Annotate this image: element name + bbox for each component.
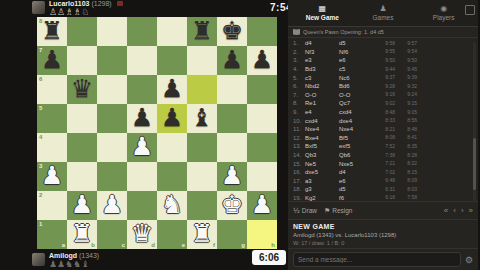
square-d5[interactable]: ♟ [127, 104, 157, 133]
square-c1[interactable]: c [97, 220, 127, 249]
square-g6[interactable] [217, 75, 247, 104]
half-point-icon: ½ [293, 207, 300, 215]
move-row[interactable]: 15.Ne5Nxe57:218:22 [288, 159, 478, 168]
square-a8[interactable]: 8♜ [37, 17, 67, 46]
black-pawn[interactable]: ♟ [161, 105, 183, 130]
square-h7[interactable]: ♟ [247, 46, 277, 75]
square-e4[interactable] [157, 133, 187, 162]
move-row[interactable]: 10.cxd4dxe48:338:56 [288, 116, 478, 125]
black-king[interactable]: ♚ [221, 18, 243, 43]
square-b3[interactable] [67, 162, 97, 191]
square-d8[interactable] [127, 17, 157, 46]
square-h2[interactable]: ♟ [247, 191, 277, 220]
game-controls: ½ Draw ⚑ Resign « ‹ › » [288, 201, 478, 220]
square-e8[interactable] [157, 17, 187, 46]
square-f2[interactable] [187, 191, 217, 220]
square-a1[interactable]: 1a [37, 220, 67, 249]
bottom-clock-active: 6:06 [252, 250, 286, 265]
square-e5[interactable]: ♟ [157, 104, 187, 133]
black-pawn[interactable]: ♟ [221, 47, 243, 72]
black-rook[interactable]: ♜ [191, 18, 213, 43]
white-pawn[interactable]: ♟ [131, 134, 153, 159]
move-row[interactable]: 1.d4d59:589:57 [288, 39, 478, 48]
captured-pieces-tray: ♙♙♗♗♘ [49, 8, 123, 16]
rank-label: 1 [39, 221, 42, 227]
white-king[interactable]: ♚ [221, 192, 243, 217]
black-pawn[interactable]: ♟ [131, 105, 153, 130]
square-a4[interactable]: 4 [37, 133, 67, 162]
square-d4[interactable]: ♟ [127, 133, 157, 162]
file-label: c [122, 242, 125, 248]
file-label: h [271, 242, 275, 248]
move-row[interactable]: 5.c3Nc69:379:39 [288, 73, 478, 82]
black-rook[interactable]: ♜ [41, 18, 63, 43]
square-b5[interactable] [67, 104, 97, 133]
captured-pieces-tray: ♟♟♞♞♝ [49, 260, 99, 268]
board-grid-icon: ▦ [319, 5, 327, 13]
square-b7[interactable] [67, 46, 97, 75]
square-h5[interactable] [247, 104, 277, 133]
first-move-button[interactable]: « [444, 206, 448, 215]
square-e1[interactable]: e [157, 220, 187, 249]
move-row[interactable]: 13.Bxf5exf57:528:35 [288, 142, 478, 151]
bottom-player-bar: Amilogd (1343) ♟♟♞♞♝ 6:06 [30, 249, 288, 270]
square-h3[interactable] [247, 162, 277, 191]
move-row[interactable]: 9.e4cxd48:489:05 [288, 108, 478, 117]
square-b2[interactable]: ♟ [67, 191, 97, 220]
square-b1[interactable]: b♜ [67, 220, 97, 249]
move-row[interactable]: 19.Kg2f66:187:58 [288, 194, 478, 201]
rank-label: 2 [39, 192, 42, 198]
square-e2[interactable]: ♞ [157, 191, 187, 220]
square-h4[interactable] [247, 133, 277, 162]
move-row[interactable]: 18.g3d56:318:03 [288, 185, 478, 194]
move-row[interactable]: 14.Qb3Qb67:388:28 [288, 151, 478, 160]
rank-label: 4 [39, 134, 42, 140]
square-c6[interactable] [97, 75, 127, 104]
draw-button[interactable]: ½ Draw [293, 207, 317, 215]
book-icon [293, 29, 300, 35]
square-d3[interactable] [127, 162, 157, 191]
move-row[interactable]: 17.a3e66:488:09 [288, 177, 478, 186]
file-label: f [213, 242, 215, 248]
file-label: g [241, 242, 245, 248]
square-f6[interactable] [187, 75, 217, 104]
chat-matchup-line: Amilogd (1343) vs. Lucarlo1103 (1298) [293, 232, 473, 238]
square-g2[interactable]: ♚ [217, 191, 247, 220]
black-pawn[interactable]: ♟ [41, 47, 63, 72]
square-f1[interactable]: f♜ [187, 220, 217, 249]
move-row[interactable]: 8.Re1Qc79:029:15 [288, 99, 478, 108]
chat-score-line: W: 17 / draw: 1 / B: 0 [293, 240, 473, 246]
square-a3[interactable]: 3♟ [37, 162, 67, 191]
gear-icon[interactable]: ⚙ [465, 255, 473, 265]
file-label: a [62, 242, 65, 248]
chat-input-row: ⚙ [288, 249, 478, 270]
chat-area: NEW GAME Amilogd (1343) vs. Lucarlo1103 … [288, 220, 478, 249]
square-c3[interactable] [97, 162, 127, 191]
square-c8[interactable] [97, 17, 127, 46]
square-d1[interactable]: d♛ [127, 220, 157, 249]
white-pawn[interactable]: ♟ [251, 192, 273, 217]
playback-controls: « ‹ › » [444, 206, 473, 215]
opening-row[interactable]: Queen's Pawn Opening: 1. d4 d5 [288, 27, 478, 38]
move-row[interactable]: 4.Bd3c59:449:45 [288, 65, 478, 74]
square-g8[interactable]: ♚ [217, 17, 247, 46]
tab-new-game[interactable]: ▦ New Game [292, 5, 353, 22]
white-knight[interactable]: ♞ [161, 192, 183, 217]
square-e3[interactable] [157, 162, 187, 191]
next-move-button[interactable]: › [461, 206, 464, 215]
chess-board[interactable]: 8♜♜♚7♟♟♟6♛♟5♟♟♝4♟3♟♟2♟♟♞♚♟1ab♜cd♛ef♜gh [37, 17, 277, 249]
prev-move-button[interactable]: ‹ [453, 206, 456, 215]
square-e6[interactable]: ♟ [157, 75, 187, 104]
square-g1[interactable]: g [217, 220, 247, 249]
move-row[interactable]: 12.Bxe4Bf58:088:41 [288, 134, 478, 143]
resign-button[interactable]: ⚑ Resign [324, 207, 353, 215]
bottom-player-rating: (1343) [79, 252, 99, 259]
move-row[interactable]: 16.dxe5d47:028:15 [288, 168, 478, 177]
white-pawn[interactable]: ♟ [71, 192, 93, 217]
move-list[interactable]: 1.d4d59:589:572.Nf3Nf69:559:543.e3e69:50… [288, 38, 478, 201]
square-c5[interactable] [97, 104, 127, 133]
square-a2[interactable]: 2 [37, 191, 67, 220]
square-h1[interactable]: h [247, 220, 277, 249]
square-c7[interactable] [97, 46, 127, 75]
last-move-button[interactable]: » [469, 206, 473, 215]
square-h8[interactable] [247, 17, 277, 46]
square-c2[interactable]: ♟ [97, 191, 127, 220]
expand-icon[interactable] [465, 5, 475, 15]
square-b6[interactable]: ♛ [67, 75, 97, 104]
rank-label: 6 [39, 76, 42, 82]
top-player-name[interactable]: Lucarlo1103 (1298) [49, 0, 123, 7]
move-row[interactable]: 3.e3e69:509:50 [288, 56, 478, 65]
avatar[interactable] [32, 253, 45, 266]
square-b8[interactable] [67, 17, 97, 46]
top-player-bar: Lucarlo1103 (1298) ♙♙♗♗♘ 7:54 [30, 0, 288, 17]
scrollbar[interactable] [473, 42, 476, 202]
pawn-icon: ♟ [379, 5, 386, 13]
tab-games[interactable]: ♟ Games [353, 5, 414, 22]
square-f4[interactable] [187, 133, 217, 162]
square-f8[interactable]: ♜ [187, 17, 217, 46]
flair-icon [117, 1, 123, 6]
square-a7[interactable]: 7♟ [37, 46, 67, 75]
square-g4[interactable] [217, 133, 247, 162]
square-d7[interactable] [127, 46, 157, 75]
black-bishop[interactable]: ♝ [191, 105, 213, 130]
opening-name: Queen's Pawn Opening: 1. d4 d5 [303, 29, 384, 35]
avatar[interactable] [32, 1, 45, 14]
white-pawn[interactable]: ♟ [41, 163, 63, 188]
move-row[interactable]: 11.Nxe4Nxe48:218:48 [288, 125, 478, 134]
square-f3[interactable] [187, 162, 217, 191]
chat-message-input[interactable] [293, 252, 461, 267]
top-player-rating: (1298) [91, 0, 111, 7]
chat-new-game-header: NEW GAME [293, 223, 473, 230]
white-queen[interactable]: ♛ [131, 221, 153, 246]
move-row[interactable]: 7.O-OO-O9:169:24 [288, 91, 478, 100]
move-row[interactable]: 6.Nbd2Bd69:289:32 [288, 82, 478, 91]
square-g3[interactable]: ♟ [217, 162, 247, 191]
square-a5[interactable]: 5 [37, 104, 67, 133]
square-f7[interactable] [187, 46, 217, 75]
person-icon: ◉ [440, 5, 447, 13]
white-pawn[interactable]: ♟ [221, 163, 243, 188]
square-b4[interactable] [67, 133, 97, 162]
panel-tabs: ▦ New Game ♟ Games ◉ Players [288, 0, 478, 27]
rank-label: 5 [39, 105, 42, 111]
square-h6[interactable] [247, 75, 277, 104]
white-pawn[interactable]: ♟ [101, 192, 123, 217]
side-panel: ▦ New Game ♟ Games ◉ Players Queen's Paw… [288, 0, 478, 270]
move-row[interactable]: 2.Nf3Nf69:559:54 [288, 48, 478, 57]
square-g5[interactable] [217, 104, 247, 133]
square-f5[interactable]: ♝ [187, 104, 217, 133]
square-g7[interactable]: ♟ [217, 46, 247, 75]
file-label: e [182, 242, 185, 248]
white-rook[interactable]: ♜ [191, 221, 213, 246]
square-a6[interactable]: 6 [37, 75, 67, 104]
bottom-player-name[interactable]: Amilogd (1343) [49, 252, 99, 259]
flag-icon: ⚑ [324, 207, 330, 215]
square-e7[interactable] [157, 46, 187, 75]
white-rook[interactable]: ♜ [71, 221, 93, 246]
square-c4[interactable] [97, 133, 127, 162]
square-d2[interactable] [127, 191, 157, 220]
square-d6[interactable] [127, 75, 157, 104]
black-queen[interactable]: ♛ [71, 76, 93, 101]
black-pawn[interactable]: ♟ [251, 47, 273, 72]
black-pawn[interactable]: ♟ [161, 76, 183, 101]
